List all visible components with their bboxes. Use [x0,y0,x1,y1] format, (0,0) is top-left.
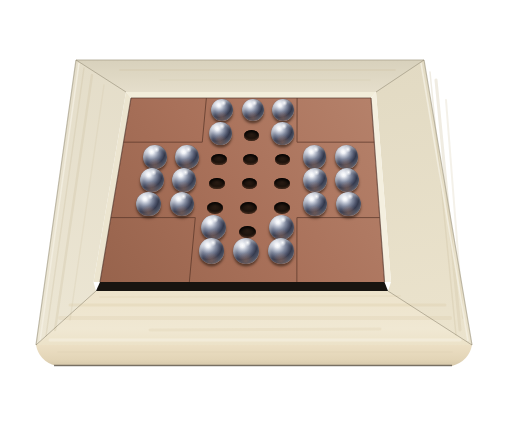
ball-r3c6[interactable] [303,145,327,169]
hole-r3c5[interactable] [275,154,291,165]
hole-r3c4[interactable] [243,154,259,165]
hole-r5c3[interactable] [207,202,223,214]
ball-r7c3[interactable] [199,238,225,264]
ball-r4c2[interactable] [172,168,196,192]
hole-r5c5[interactable] [274,202,290,214]
ball-r3c7[interactable] [335,145,359,169]
ball-r7c5[interactable] [268,238,294,264]
ball-r5c1[interactable] [136,192,161,217]
pieces-layer [0,0,509,422]
ball-r4c7[interactable] [335,168,359,192]
ball-r4c6[interactable] [303,168,327,192]
ball-r3c1[interactable] [143,145,167,169]
ball-r3c2[interactable] [175,145,199,169]
hole-r6c4[interactable] [239,226,256,238]
ball-r1c3[interactable] [211,99,233,121]
ball-r4c1[interactable] [140,168,164,192]
hole-r3c3[interactable] [211,154,227,165]
ball-r7c4[interactable] [233,238,259,264]
peg-solitaire-photo [0,0,509,422]
hole-r4c3[interactable] [209,178,225,190]
hole-r4c5[interactable] [274,178,290,190]
ball-r1c4[interactable] [242,99,264,121]
ball-r2c3[interactable] [209,122,232,145]
ball-r6c5[interactable] [269,215,294,240]
hole-r5c4[interactable] [240,202,256,214]
ball-r6c3[interactable] [201,215,226,240]
ball-r5c2[interactable] [170,192,195,217]
ball-r5c7[interactable] [336,192,361,217]
hole-r2c4[interactable] [244,130,259,141]
ball-r1c5[interactable] [272,99,294,121]
ball-r5c6[interactable] [303,192,328,217]
hole-r4c4[interactable] [242,178,258,190]
ball-r2c5[interactable] [271,122,294,145]
